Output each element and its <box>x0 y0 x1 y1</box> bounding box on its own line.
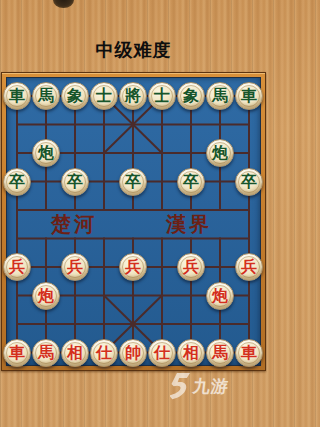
piece-red-馬-c1r9[interactable]: 馬 <box>32 339 60 367</box>
piece-red-車-c8r9[interactable]: 車 <box>235 339 263 367</box>
piece-character: 馬 <box>38 88 54 104</box>
piece-character: 卒 <box>183 174 199 190</box>
piece-character: 相 <box>67 345 83 361</box>
piece-black-卒-c8r3[interactable]: 卒 <box>235 168 263 196</box>
piece-red-車-c0r9[interactable]: 車 <box>3 339 31 367</box>
piece-black-炮-c1r2[interactable]: 炮 <box>32 139 60 167</box>
piece-character: 帥 <box>125 345 141 361</box>
piece-red-兵-c6r6[interactable]: 兵 <box>177 253 205 281</box>
piece-character: 炮 <box>38 145 54 161</box>
piece-black-卒-c6r3[interactable]: 卒 <box>177 168 205 196</box>
jiuyou-logo-icon <box>170 373 190 400</box>
piece-character: 卒 <box>241 174 257 190</box>
piece-black-象-c2r0[interactable]: 象 <box>61 82 89 110</box>
jiuyou-logo: 九游 <box>170 371 250 401</box>
piece-character: 卒 <box>9 174 25 190</box>
piece-character: 將 <box>125 88 141 104</box>
piece-red-帥-c4r9[interactable]: 帥 <box>119 339 147 367</box>
piece-character: 車 <box>241 345 257 361</box>
piece-red-兵-c8r6[interactable]: 兵 <box>235 253 263 281</box>
piece-black-馬-c7r0[interactable]: 馬 <box>206 82 234 110</box>
piece-red-兵-c0r6[interactable]: 兵 <box>3 253 31 281</box>
piece-black-士-c5r0[interactable]: 士 <box>148 82 176 110</box>
piece-character: 士 <box>96 88 112 104</box>
piece-character: 車 <box>241 88 257 104</box>
piece-character: 兵 <box>183 259 199 275</box>
piece-character: 象 <box>183 88 199 104</box>
piece-red-馬-c7r9[interactable]: 馬 <box>206 339 234 367</box>
piece-black-將-c4r0[interactable]: 將 <box>119 82 147 110</box>
piece-character: 炮 <box>212 145 228 161</box>
piece-character: 馬 <box>38 345 54 361</box>
piece-character: 卒 <box>125 174 141 190</box>
piece-character: 仕 <box>154 345 170 361</box>
difficulty-title: 中级难度 <box>0 38 267 62</box>
piece-character: 車 <box>9 345 25 361</box>
piece-character: 相 <box>183 345 199 361</box>
piece-red-兵-c2r6[interactable]: 兵 <box>61 253 89 281</box>
piece-red-炮-c1r7[interactable]: 炮 <box>32 282 60 310</box>
pieces-layer: 車馬象士將士象馬車炮炮卒卒卒卒卒兵兵兵兵兵炮炮車馬相仕帥仕相馬車 <box>3 82 264 367</box>
piece-black-士-c3r0[interactable]: 士 <box>90 82 118 110</box>
piece-black-炮-c7r2[interactable]: 炮 <box>206 139 234 167</box>
piece-character: 兵 <box>67 259 83 275</box>
piece-character: 兵 <box>241 259 257 275</box>
piece-black-車-c8r0[interactable]: 車 <box>235 82 263 110</box>
piece-character: 炮 <box>212 288 228 304</box>
piece-black-卒-c0r3[interactable]: 卒 <box>3 168 31 196</box>
piece-character: 馬 <box>212 88 228 104</box>
piece-character: 兵 <box>125 259 141 275</box>
piece-character: 卒 <box>67 174 83 190</box>
jiuyou-logo-text: 九游 <box>192 375 231 398</box>
piece-character: 仕 <box>96 345 112 361</box>
piece-character: 車 <box>9 88 25 104</box>
piece-black-馬-c1r0[interactable]: 馬 <box>32 82 60 110</box>
piece-red-相-c2r9[interactable]: 相 <box>61 339 89 367</box>
piece-character: 馬 <box>212 345 228 361</box>
piece-red-相-c6r9[interactable]: 相 <box>177 339 205 367</box>
piece-character: 兵 <box>9 259 25 275</box>
piece-black-卒-c2r3[interactable]: 卒 <box>61 168 89 196</box>
wood-knot-decoration <box>53 0 74 8</box>
piece-character: 士 <box>154 88 170 104</box>
piece-black-卒-c4r3[interactable]: 卒 <box>119 168 147 196</box>
piece-black-車-c0r0[interactable]: 車 <box>3 82 31 110</box>
piece-character: 象 <box>67 88 83 104</box>
piece-red-仕-c5r9[interactable]: 仕 <box>148 339 176 367</box>
piece-black-象-c6r0[interactable]: 象 <box>177 82 205 110</box>
piece-red-仕-c3r9[interactable]: 仕 <box>90 339 118 367</box>
piece-red-兵-c4r6[interactable]: 兵 <box>119 253 147 281</box>
piece-red-炮-c7r7[interactable]: 炮 <box>206 282 234 310</box>
piece-character: 炮 <box>38 288 54 304</box>
